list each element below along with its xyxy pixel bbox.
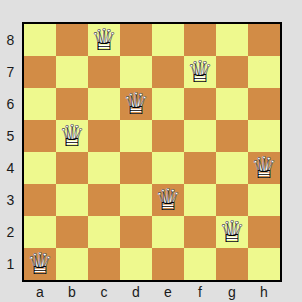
square-a5[interactable] <box>24 120 56 152</box>
white-queen-h4[interactable]: ♛♕ <box>248 152 280 184</box>
board: ♛♕♛♕♛♕♛♕♛♕♛♕♛♕♛♕ <box>22 22 282 282</box>
square-c7[interactable] <box>88 56 120 88</box>
white-queen-icon: ♕ <box>216 216 248 248</box>
chess-diagram: 87654321 ♛♕♛♕♛♕♛♕♛♕♛♕♛♕♛♕ abcdefgh <box>0 0 302 302</box>
square-f1[interactable] <box>184 248 216 280</box>
square-e7[interactable] <box>152 56 184 88</box>
file-label-a: a <box>24 282 56 302</box>
square-e2[interactable] <box>152 216 184 248</box>
square-d6[interactable]: ♛♕ <box>120 88 152 120</box>
square-d1[interactable] <box>120 248 152 280</box>
square-g2[interactable]: ♛♕ <box>216 216 248 248</box>
square-c5[interactable] <box>88 120 120 152</box>
square-f2[interactable] <box>184 216 216 248</box>
square-g3[interactable] <box>216 184 248 216</box>
file-label-f: f <box>184 282 216 302</box>
file-label-e: e <box>152 282 184 302</box>
square-g5[interactable] <box>216 120 248 152</box>
square-a2[interactable] <box>24 216 56 248</box>
square-a6[interactable] <box>24 88 56 120</box>
square-d7[interactable] <box>120 56 152 88</box>
square-d4[interactable] <box>120 152 152 184</box>
rank-label-3: 3 <box>0 184 21 216</box>
square-b1[interactable] <box>56 248 88 280</box>
square-h4[interactable]: ♛♕ <box>248 152 280 184</box>
square-g1[interactable] <box>216 248 248 280</box>
square-a8[interactable] <box>24 24 56 56</box>
square-c4[interactable] <box>88 152 120 184</box>
square-h7[interactable] <box>248 56 280 88</box>
rank-labels: 87654321 <box>0 24 21 280</box>
white-queen-f7[interactable]: ♛♕ <box>184 56 216 88</box>
square-h8[interactable] <box>248 24 280 56</box>
square-c3[interactable] <box>88 184 120 216</box>
square-g4[interactable] <box>216 152 248 184</box>
square-g6[interactable] <box>216 88 248 120</box>
file-label-d: d <box>120 282 152 302</box>
square-a1[interactable]: ♛♕ <box>24 248 56 280</box>
file-label-c: c <box>88 282 120 302</box>
square-b7[interactable] <box>56 56 88 88</box>
square-c1[interactable] <box>88 248 120 280</box>
white-queen-icon: ♕ <box>24 248 56 280</box>
white-queen-b5[interactable]: ♛♕ <box>56 120 88 152</box>
square-c2[interactable] <box>88 216 120 248</box>
square-d3[interactable] <box>120 184 152 216</box>
square-a7[interactable] <box>24 56 56 88</box>
square-e8[interactable] <box>152 24 184 56</box>
square-h2[interactable] <box>248 216 280 248</box>
rank-label-6: 6 <box>0 88 21 120</box>
file-labels: abcdefgh <box>24 282 280 302</box>
white-queen-icon: ♕ <box>184 56 216 88</box>
square-d8[interactable] <box>120 24 152 56</box>
square-d5[interactable] <box>120 120 152 152</box>
square-e5[interactable] <box>152 120 184 152</box>
square-c6[interactable] <box>88 88 120 120</box>
white-queen-a1[interactable]: ♛♕ <box>24 248 56 280</box>
white-queen-e3[interactable]: ♛♕ <box>152 184 184 216</box>
square-g8[interactable] <box>216 24 248 56</box>
white-queen-icon: ♕ <box>248 152 280 184</box>
rank-label-8: 8 <box>0 24 21 56</box>
white-queen-d6[interactable]: ♛♕ <box>120 88 152 120</box>
square-e1[interactable] <box>152 248 184 280</box>
square-f3[interactable] <box>184 184 216 216</box>
square-f8[interactable] <box>184 24 216 56</box>
square-h5[interactable] <box>248 120 280 152</box>
square-h6[interactable] <box>248 88 280 120</box>
file-label-b: b <box>56 282 88 302</box>
square-h1[interactable] <box>248 248 280 280</box>
square-b2[interactable] <box>56 216 88 248</box>
white-queen-g2[interactable]: ♛♕ <box>216 216 248 248</box>
square-a3[interactable] <box>24 184 56 216</box>
white-queen-icon: ♕ <box>120 88 152 120</box>
square-e3[interactable]: ♛♕ <box>152 184 184 216</box>
rank-label-1: 1 <box>0 248 21 280</box>
square-f5[interactable] <box>184 120 216 152</box>
rank-label-2: 2 <box>0 216 21 248</box>
square-c8[interactable]: ♛♕ <box>88 24 120 56</box>
rank-label-4: 4 <box>0 152 21 184</box>
square-e6[interactable] <box>152 88 184 120</box>
white-queen-icon: ♕ <box>88 24 120 56</box>
square-b3[interactable] <box>56 184 88 216</box>
white-queen-icon: ♕ <box>56 120 88 152</box>
file-label-g: g <box>216 282 248 302</box>
square-a4[interactable] <box>24 152 56 184</box>
square-f7[interactable]: ♛♕ <box>184 56 216 88</box>
square-h3[interactable] <box>248 184 280 216</box>
square-f4[interactable] <box>184 152 216 184</box>
file-label-h: h <box>248 282 280 302</box>
square-d2[interactable] <box>120 216 152 248</box>
square-g7[interactable] <box>216 56 248 88</box>
square-b8[interactable] <box>56 24 88 56</box>
square-b5[interactable]: ♛♕ <box>56 120 88 152</box>
white-queen-icon: ♕ <box>152 184 184 216</box>
square-b4[interactable] <box>56 152 88 184</box>
square-f6[interactable] <box>184 88 216 120</box>
white-queen-c8[interactable]: ♛♕ <box>88 24 120 56</box>
square-b6[interactable] <box>56 88 88 120</box>
rank-label-5: 5 <box>0 120 21 152</box>
square-e4[interactable] <box>152 152 184 184</box>
rank-label-7: 7 <box>0 56 21 88</box>
